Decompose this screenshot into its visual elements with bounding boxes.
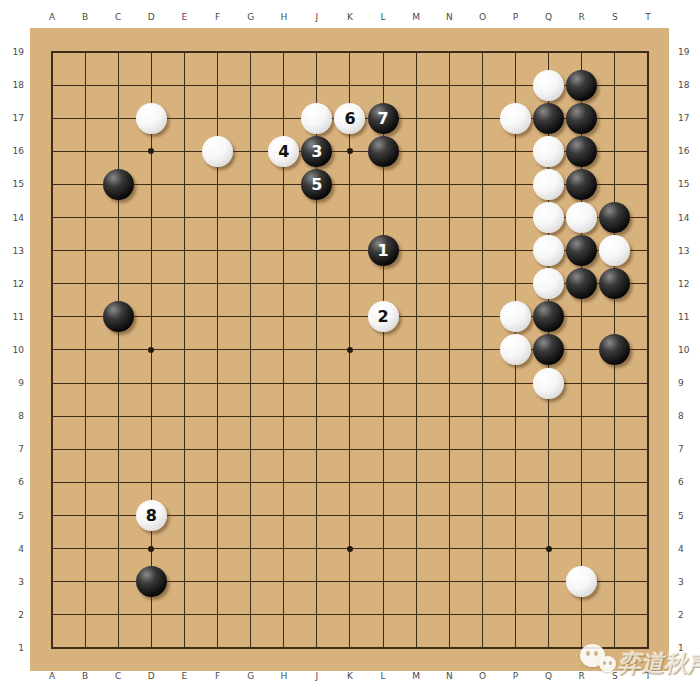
move-number-label: 4 xyxy=(278,142,289,161)
coord-label-bottom-K: K xyxy=(340,670,360,682)
grid-line-vertical xyxy=(449,51,450,649)
star-point-K10 xyxy=(347,347,353,353)
coord-label-left-4: 4 xyxy=(2,543,24,555)
coord-label-bottom-O: O xyxy=(472,670,492,682)
stone-black-R18[interactable] xyxy=(566,70,597,101)
go-diagram: AABBCCDDEEFFGGHHJJKKLLMMNNOOPPQQRRSSTT19… xyxy=(0,0,700,700)
stone-white-K17[interactable]: 6 xyxy=(334,103,365,134)
coord-label-bottom-E: E xyxy=(174,670,194,682)
move-number-label: 7 xyxy=(378,109,389,128)
stone-black-C15[interactable] xyxy=(103,169,134,200)
coord-label-left-3: 3 xyxy=(2,576,24,588)
stone-white-D5[interactable]: 8 xyxy=(136,500,167,531)
coord-label-top-L: L xyxy=(373,11,393,23)
grid-line-horizontal xyxy=(51,647,649,649)
stone-black-Q17[interactable] xyxy=(533,103,564,134)
grid-line-horizontal xyxy=(51,449,649,450)
coord-label-left-7: 7 xyxy=(2,443,24,455)
stone-black-D3[interactable] xyxy=(136,566,167,597)
coord-label-top-K: K xyxy=(340,11,360,23)
coord-label-right-13: 13 xyxy=(678,245,700,257)
coord-label-top-S: S xyxy=(605,11,625,23)
coord-label-bottom-J: J xyxy=(307,670,327,682)
star-point-K4 xyxy=(347,546,353,552)
coord-label-bottom-M: M xyxy=(406,670,426,682)
stone-white-Q18[interactable] xyxy=(533,70,564,101)
stone-black-R17[interactable] xyxy=(566,103,597,134)
grid-line-horizontal xyxy=(51,482,649,483)
stone-white-D17[interactable] xyxy=(136,103,167,134)
grid-line-vertical xyxy=(416,51,417,649)
move-number-label: 1 xyxy=(378,241,389,260)
coord-label-bottom-N: N xyxy=(439,670,459,682)
coord-label-top-P: P xyxy=(506,11,526,23)
stone-white-Q16[interactable] xyxy=(533,136,564,167)
stone-black-L17[interactable]: 7 xyxy=(368,103,399,134)
grid-line-vertical xyxy=(482,51,483,649)
stone-black-R15[interactable] xyxy=(566,169,597,200)
coord-label-right-5: 5 xyxy=(678,510,700,522)
coord-label-right-4: 4 xyxy=(678,543,700,555)
coord-label-left-13: 13 xyxy=(2,245,24,257)
wechat-icon-eye xyxy=(609,661,612,665)
coord-label-top-H: H xyxy=(274,11,294,23)
stone-white-H16[interactable]: 4 xyxy=(268,136,299,167)
star-point-Q4 xyxy=(546,546,552,552)
stone-white-P17[interactable] xyxy=(500,103,531,134)
stone-white-Q15[interactable] xyxy=(533,169,564,200)
move-number-label: 3 xyxy=(311,142,322,161)
coord-label-bottom-H: H xyxy=(274,670,294,682)
stone-black-L13[interactable]: 1 xyxy=(368,235,399,266)
coord-label-bottom-A: A xyxy=(42,670,62,682)
coord-label-top-A: A xyxy=(42,11,62,23)
coord-label-bottom-B: B xyxy=(75,670,95,682)
coord-label-left-6: 6 xyxy=(2,476,24,488)
move-number-label: 2 xyxy=(378,307,389,326)
coord-label-right-9: 9 xyxy=(678,377,700,389)
coord-label-bottom-D: D xyxy=(141,670,161,682)
stone-white-Q14[interactable] xyxy=(533,202,564,233)
coord-label-bottom-Q: Q xyxy=(539,670,559,682)
coord-label-right-11: 11 xyxy=(678,311,700,323)
coord-label-top-R: R xyxy=(572,11,592,23)
coord-label-right-8: 8 xyxy=(678,410,700,422)
coord-label-right-12: 12 xyxy=(678,278,700,290)
coord-label-top-C: C xyxy=(108,11,128,23)
coord-label-left-9: 9 xyxy=(2,377,24,389)
coord-label-left-17: 17 xyxy=(2,112,24,124)
move-number-label: 6 xyxy=(344,109,355,128)
coord-label-left-15: 15 xyxy=(2,178,24,190)
stone-black-R16[interactable] xyxy=(566,136,597,167)
coord-label-right-19: 19 xyxy=(678,46,700,58)
coord-label-left-8: 8 xyxy=(2,410,24,422)
stone-black-L16[interactable] xyxy=(368,136,399,167)
coord-label-right-10: 10 xyxy=(678,344,700,356)
move-number-label: 5 xyxy=(311,175,322,194)
coord-label-left-1: 1 xyxy=(2,642,24,654)
stone-white-L11[interactable]: 2 xyxy=(368,301,399,332)
wechat-icon-eye xyxy=(594,651,598,656)
coord-label-right-17: 17 xyxy=(678,112,700,124)
coord-label-right-6: 6 xyxy=(678,476,700,488)
coord-label-left-19: 19 xyxy=(2,46,24,58)
coord-label-top-M: M xyxy=(406,11,426,23)
coord-label-bottom-P: P xyxy=(506,670,526,682)
move-number-label: 8 xyxy=(146,506,157,525)
coord-label-right-15: 15 xyxy=(678,178,700,190)
wechat-icon-small-bubble xyxy=(599,656,616,672)
coord-label-bottom-L: L xyxy=(373,670,393,682)
grid-line-horizontal xyxy=(51,614,649,615)
coord-label-top-T: T xyxy=(638,11,658,23)
coord-label-right-3: 3 xyxy=(678,576,700,588)
star-point-D4 xyxy=(148,546,154,552)
coord-label-right-16: 16 xyxy=(678,145,700,157)
coord-label-top-F: F xyxy=(208,11,228,23)
coord-label-bottom-C: C xyxy=(108,670,128,682)
coord-label-bottom-F: F xyxy=(208,670,228,682)
coord-label-left-12: 12 xyxy=(2,278,24,290)
coord-label-top-B: B xyxy=(75,11,95,23)
coord-label-top-E: E xyxy=(174,11,194,23)
coord-label-left-18: 18 xyxy=(2,79,24,91)
coord-label-right-2: 2 xyxy=(678,609,700,621)
coord-label-left-11: 11 xyxy=(2,311,24,323)
coord-label-left-2: 2 xyxy=(2,609,24,621)
coord-label-right-18: 18 xyxy=(678,79,700,91)
watermark: 弈道秋声 xyxy=(572,640,700,686)
stone-white-J17[interactable] xyxy=(301,103,332,134)
grid-line-horizontal xyxy=(51,416,649,417)
coord-label-left-5: 5 xyxy=(2,510,24,522)
coord-label-left-10: 10 xyxy=(2,344,24,356)
coord-label-left-16: 16 xyxy=(2,145,24,157)
coord-label-top-Q: Q xyxy=(539,11,559,23)
coord-label-top-N: N xyxy=(439,11,459,23)
watermark-text: 弈道秋声 xyxy=(618,648,700,679)
wechat-icon-eye xyxy=(586,651,590,656)
coord-label-top-J: J xyxy=(307,11,327,23)
coord-label-bottom-G: G xyxy=(241,670,261,682)
stone-black-J16[interactable]: 3 xyxy=(301,136,332,167)
coord-label-left-14: 14 xyxy=(2,212,24,224)
coord-label-top-G: G xyxy=(241,11,261,23)
stone-black-C11[interactable] xyxy=(103,301,134,332)
coord-label-right-7: 7 xyxy=(678,443,700,455)
coord-label-top-O: O xyxy=(472,11,492,23)
coord-label-top-D: D xyxy=(141,11,161,23)
stone-white-Q9[interactable] xyxy=(533,368,564,399)
stone-white-F16[interactable] xyxy=(202,136,233,167)
coord-label-right-14: 14 xyxy=(678,212,700,224)
grid-line-vertical xyxy=(647,51,649,649)
wechat-icon-eye xyxy=(603,661,606,665)
